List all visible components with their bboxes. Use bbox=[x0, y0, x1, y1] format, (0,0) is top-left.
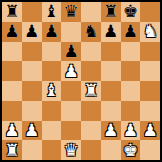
black-rook-piece[interactable]: ♜ bbox=[103, 3, 118, 20]
square-a6[interactable] bbox=[2, 42, 22, 62]
white-knight-piece[interactable]: ♞ bbox=[143, 23, 158, 40]
square-g6[interactable] bbox=[121, 42, 141, 62]
black-king-piece[interactable]: ♚ bbox=[123, 3, 138, 20]
square-b7[interactable]: ♟ bbox=[22, 22, 42, 42]
square-h3[interactable] bbox=[140, 101, 160, 121]
square-h5[interactable] bbox=[140, 61, 160, 81]
white-pawn-piece[interactable]: ♟ bbox=[103, 122, 118, 139]
black-pawn-piece[interactable]: ♟ bbox=[123, 23, 138, 40]
square-h6[interactable] bbox=[140, 42, 160, 62]
black-pawn-piece[interactable]: ♟ bbox=[4, 23, 19, 40]
square-f4[interactable] bbox=[101, 81, 121, 101]
square-a2[interactable]: ♟ bbox=[2, 121, 22, 141]
square-a5[interactable] bbox=[2, 61, 22, 81]
square-e7[interactable]: ♞ bbox=[81, 22, 101, 42]
square-d4[interactable] bbox=[61, 81, 81, 101]
square-c7[interactable]: ♟ bbox=[42, 22, 62, 42]
square-f5[interactable] bbox=[101, 61, 121, 81]
black-pawn-piece[interactable]: ♟ bbox=[24, 23, 39, 40]
square-c1[interactable] bbox=[42, 140, 62, 160]
black-bishop-piece[interactable]: ♝ bbox=[44, 3, 59, 20]
black-knight-piece[interactable]: ♞ bbox=[83, 23, 98, 40]
white-rook-piece[interactable]: ♜ bbox=[83, 82, 98, 99]
square-d8[interactable]: ♛ bbox=[61, 2, 81, 22]
white-queen-piece[interactable]: ♛ bbox=[64, 142, 79, 159]
white-pawn-piece[interactable]: ♟ bbox=[123, 122, 138, 139]
square-a4[interactable] bbox=[2, 81, 22, 101]
square-e1[interactable] bbox=[81, 140, 101, 160]
square-h7[interactable]: ♞ bbox=[140, 22, 160, 42]
square-e2[interactable] bbox=[81, 121, 101, 141]
square-a3[interactable] bbox=[2, 101, 22, 121]
square-d3[interactable] bbox=[61, 101, 81, 121]
square-d1[interactable]: ♛ bbox=[61, 140, 81, 160]
square-f6[interactable] bbox=[101, 42, 121, 62]
square-g5[interactable] bbox=[121, 61, 141, 81]
white-king-piece[interactable]: ♚ bbox=[123, 142, 138, 159]
white-pawn-piece[interactable]: ♟ bbox=[64, 63, 79, 80]
square-c2[interactable] bbox=[42, 121, 62, 141]
square-b6[interactable] bbox=[22, 42, 42, 62]
chess-board-frame: ♜♝♛♜♚♟♟♟♞♟♟♞♟♟♝♜♟♟♟♟♟♜♛♚ bbox=[0, 0, 162, 162]
black-pawn-piece[interactable]: ♟ bbox=[103, 23, 118, 40]
square-g4[interactable] bbox=[121, 81, 141, 101]
square-d5[interactable]: ♟ bbox=[61, 61, 81, 81]
square-c3[interactable] bbox=[42, 101, 62, 121]
square-h4[interactable] bbox=[140, 81, 160, 101]
square-g7[interactable]: ♟ bbox=[121, 22, 141, 42]
square-e5[interactable] bbox=[81, 61, 101, 81]
square-h1[interactable] bbox=[140, 140, 160, 160]
square-b1[interactable] bbox=[22, 140, 42, 160]
chess-board: ♜♝♛♜♚♟♟♟♞♟♟♞♟♟♝♜♟♟♟♟♟♜♛♚ bbox=[2, 2, 160, 160]
square-g8[interactable]: ♚ bbox=[121, 2, 141, 22]
square-f3[interactable] bbox=[101, 101, 121, 121]
square-g2[interactable]: ♟ bbox=[121, 121, 141, 141]
black-pawn-piece[interactable]: ♟ bbox=[64, 43, 79, 60]
square-c6[interactable] bbox=[42, 42, 62, 62]
black-queen-piece[interactable]: ♛ bbox=[64, 3, 79, 20]
white-rook-piece[interactable]: ♜ bbox=[4, 142, 19, 159]
square-a1[interactable]: ♜ bbox=[2, 140, 22, 160]
square-a8[interactable]: ♜ bbox=[2, 2, 22, 22]
square-f1[interactable] bbox=[101, 140, 121, 160]
square-f7[interactable]: ♟ bbox=[101, 22, 121, 42]
square-e8[interactable] bbox=[81, 2, 101, 22]
white-pawn-piece[interactable]: ♟ bbox=[4, 122, 19, 139]
square-h8[interactable] bbox=[140, 2, 160, 22]
square-c5[interactable] bbox=[42, 61, 62, 81]
square-b5[interactable] bbox=[22, 61, 42, 81]
square-f2[interactable]: ♟ bbox=[101, 121, 121, 141]
square-c4[interactable]: ♝ bbox=[42, 81, 62, 101]
square-d2[interactable] bbox=[61, 121, 81, 141]
square-d7[interactable] bbox=[61, 22, 81, 42]
black-pawn-piece[interactable]: ♟ bbox=[44, 23, 59, 40]
black-rook-piece[interactable]: ♜ bbox=[4, 3, 19, 20]
square-d6[interactable]: ♟ bbox=[61, 42, 81, 62]
white-pawn-piece[interactable]: ♟ bbox=[24, 122, 39, 139]
square-f8[interactable]: ♜ bbox=[101, 2, 121, 22]
square-c8[interactable]: ♝ bbox=[42, 2, 62, 22]
square-e6[interactable] bbox=[81, 42, 101, 62]
square-b3[interactable] bbox=[22, 101, 42, 121]
square-e3[interactable] bbox=[81, 101, 101, 121]
square-g1[interactable]: ♚ bbox=[121, 140, 141, 160]
white-pawn-piece[interactable]: ♟ bbox=[143, 122, 158, 139]
square-b8[interactable] bbox=[22, 2, 42, 22]
white-bishop-piece[interactable]: ♝ bbox=[44, 82, 59, 99]
square-b2[interactable]: ♟ bbox=[22, 121, 42, 141]
square-a7[interactable]: ♟ bbox=[2, 22, 22, 42]
square-h2[interactable]: ♟ bbox=[140, 121, 160, 141]
square-e4[interactable]: ♜ bbox=[81, 81, 101, 101]
square-b4[interactable] bbox=[22, 81, 42, 101]
square-g3[interactable] bbox=[121, 101, 141, 121]
